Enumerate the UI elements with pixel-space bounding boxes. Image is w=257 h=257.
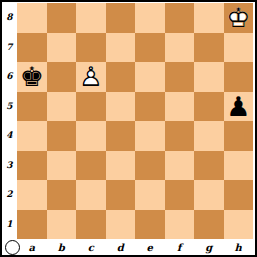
square-f8[interactable] xyxy=(165,3,195,33)
file-labels: abcdefgh xyxy=(17,240,253,256)
square-c5[interactable] xyxy=(76,92,106,122)
white-pawn[interactable]: ♟♙ xyxy=(76,62,106,92)
white-king[interactable]: ♚♔ xyxy=(224,3,254,33)
rank-label-1: 1 xyxy=(2,210,17,240)
square-c4[interactable] xyxy=(76,121,106,151)
square-h6[interactable] xyxy=(224,62,254,92)
square-f5[interactable] xyxy=(165,92,195,122)
square-c2[interactable] xyxy=(76,180,106,210)
rank-label-6: 6 xyxy=(2,62,17,92)
square-d7[interactable] xyxy=(106,33,136,63)
file-label-a: a xyxy=(17,240,47,256)
square-h8[interactable]: ♚♔ xyxy=(224,3,254,33)
file-label-f: f xyxy=(165,240,195,256)
square-f7[interactable] xyxy=(165,33,195,63)
square-h7[interactable] xyxy=(224,33,254,63)
square-d3[interactable] xyxy=(106,151,136,181)
square-c8[interactable] xyxy=(76,3,106,33)
square-f1[interactable] xyxy=(165,210,195,240)
square-b2[interactable] xyxy=(47,180,77,210)
square-d1[interactable] xyxy=(106,210,136,240)
square-d2[interactable] xyxy=(106,180,136,210)
square-e6[interactable] xyxy=(135,62,165,92)
square-g7[interactable] xyxy=(194,33,224,63)
square-a5[interactable] xyxy=(17,92,47,122)
rank-labels: 87654321 xyxy=(2,3,17,239)
file-label-d: d xyxy=(106,240,136,256)
square-e3[interactable] xyxy=(135,151,165,181)
square-h4[interactable] xyxy=(224,121,254,151)
square-e4[interactable] xyxy=(135,121,165,151)
square-c3[interactable] xyxy=(76,151,106,181)
square-h5[interactable]: ♟ xyxy=(224,92,254,122)
square-f2[interactable] xyxy=(165,180,195,210)
file-label-b: b xyxy=(47,240,77,256)
square-f6[interactable] xyxy=(165,62,195,92)
rank-label-7: 7 xyxy=(2,33,17,63)
square-h1[interactable] xyxy=(224,210,254,240)
square-e8[interactable] xyxy=(135,3,165,33)
square-d6[interactable] xyxy=(106,62,136,92)
black-king-glyph: ♚ xyxy=(17,62,47,92)
square-e7[interactable] xyxy=(135,33,165,63)
square-b8[interactable] xyxy=(47,3,77,33)
square-e1[interactable] xyxy=(135,210,165,240)
square-g2[interactable] xyxy=(194,180,224,210)
square-d4[interactable] xyxy=(106,121,136,151)
rank-label-8: 8 xyxy=(2,3,17,33)
square-a7[interactable] xyxy=(17,33,47,63)
square-b3[interactable] xyxy=(47,151,77,181)
file-label-e: e xyxy=(135,240,165,256)
square-f4[interactable] xyxy=(165,121,195,151)
file-label-h: h xyxy=(224,240,254,256)
square-b6[interactable] xyxy=(47,62,77,92)
square-b1[interactable] xyxy=(47,210,77,240)
square-f3[interactable] xyxy=(165,151,195,181)
black-pawn[interactable]: ♟ xyxy=(224,92,254,122)
chess-diagram: ♚♔♚♟♙♟ 87654321 abcdefgh xyxy=(0,0,257,257)
white-to-move-indicator xyxy=(5,240,20,255)
white-king-outline: ♔ xyxy=(224,3,254,33)
square-a2[interactable] xyxy=(17,180,47,210)
square-b5[interactable] xyxy=(47,92,77,122)
square-b7[interactable] xyxy=(47,33,77,63)
square-d8[interactable] xyxy=(106,3,136,33)
square-h3[interactable] xyxy=(224,151,254,181)
square-h2[interactable] xyxy=(224,180,254,210)
square-g4[interactable] xyxy=(194,121,224,151)
square-g1[interactable] xyxy=(194,210,224,240)
square-g8[interactable] xyxy=(194,3,224,33)
chess-board: ♚♔♚♟♙♟ xyxy=(17,3,253,239)
square-a8[interactable] xyxy=(17,3,47,33)
white-pawn-outline: ♙ xyxy=(76,62,106,92)
rank-label-4: 4 xyxy=(2,121,17,151)
rank-label-5: 5 xyxy=(2,92,17,122)
square-e2[interactable] xyxy=(135,180,165,210)
square-a3[interactable] xyxy=(17,151,47,181)
black-king[interactable]: ♚ xyxy=(17,62,47,92)
square-b4[interactable] xyxy=(47,121,77,151)
square-a1[interactable] xyxy=(17,210,47,240)
file-label-c: c xyxy=(76,240,106,256)
rank-label-2: 2 xyxy=(2,180,17,210)
square-c6[interactable]: ♟♙ xyxy=(76,62,106,92)
square-a4[interactable] xyxy=(17,121,47,151)
black-pawn-glyph: ♟ xyxy=(224,92,254,122)
square-g5[interactable] xyxy=(194,92,224,122)
file-label-g: g xyxy=(194,240,224,256)
square-g6[interactable] xyxy=(194,62,224,92)
square-c7[interactable] xyxy=(76,33,106,63)
square-g3[interactable] xyxy=(194,151,224,181)
square-e5[interactable] xyxy=(135,92,165,122)
square-c1[interactable] xyxy=(76,210,106,240)
square-a6[interactable]: ♚ xyxy=(17,62,47,92)
square-d5[interactable] xyxy=(106,92,136,122)
rank-label-3: 3 xyxy=(2,151,17,181)
